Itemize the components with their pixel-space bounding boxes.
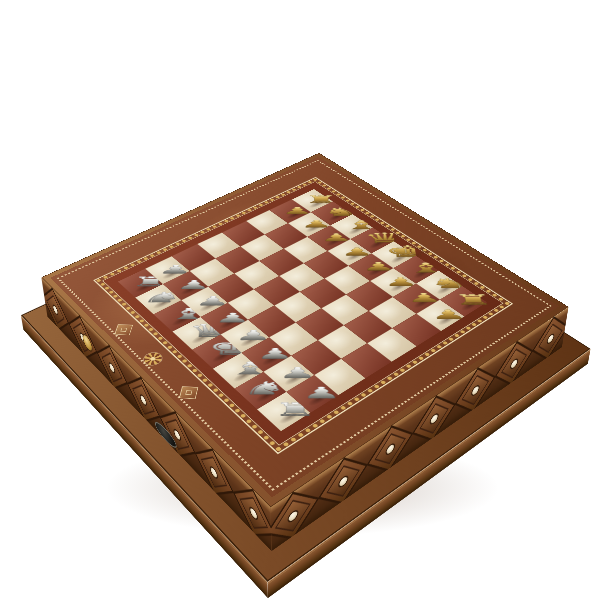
black-knight-b8: ♞ (323, 207, 353, 218)
piece-shadow (276, 407, 304, 426)
black-pawn-e7: ♟ (361, 261, 394, 272)
black-knight-g8: ♞ (429, 277, 464, 290)
chess-board: ♜♟♟♜♞♟♟♞♝♟♟♝♛♟♟♛♚♟♟♚♝♟♟♝♞♟♟♞♜♟♟♜ (118, 189, 487, 431)
black-bishop-f8: ♝ (406, 262, 440, 275)
black-pawn-h7: ♟ (430, 308, 466, 320)
piece-shadow (259, 351, 285, 368)
white-knight-b1: ♞ (148, 291, 183, 305)
board-top: ♜♟♟♜♞♟♟♞♝♟♟♝♛♟♟♛♚♟♟♚♝♟♟♝♞♟♟♞♜♟♟♜ (41, 153, 568, 507)
piece-shadow (435, 312, 459, 327)
black-pawn-a7: ♟ (282, 206, 312, 215)
product-photo-chess-set: ♜♟♟♜♞♟♟♞♝♟♟♝♛♟♟♛♚♟♟♚♝♟♟♝♞♟♟♞♜♟♟♜ (0, 0, 600, 600)
black-rook-a8: ♜ (304, 195, 333, 205)
kite-inlay (179, 386, 198, 399)
black-pawn-d7: ♟ (340, 246, 372, 257)
black-pawn-c7: ♟ (320, 232, 351, 242)
square-h7: ♟ (416, 300, 464, 331)
white-rook-a1: ♜ (130, 275, 165, 288)
black-rook-h8: ♜ (452, 293, 488, 306)
square-h1: ♜ (257, 392, 310, 431)
piece-shadow (253, 387, 280, 405)
kite-inlay (114, 324, 133, 335)
piece-shadow (458, 298, 481, 313)
burl-border: ♜♟♟♜♞♟♟♞♝♟♟♝♛♟♟♛♚♟♟♚♝♟♟♝♞♟♟♞♜♟♟♜ (50, 157, 558, 498)
piece-shadow (305, 390, 332, 408)
scene: ♜♟♟♜♞♟♟♞♝♟♟♝♛♟♟♛♚♟♟♚♝♟♟♝♞♟♟♞♜♟♟♜ (0, 0, 600, 600)
black-pawn-b7: ♟ (301, 219, 331, 229)
black-king-e8: ♚ (384, 244, 417, 259)
black-pawn-f7: ♟ (383, 276, 417, 287)
rosette-inlay (141, 350, 165, 367)
